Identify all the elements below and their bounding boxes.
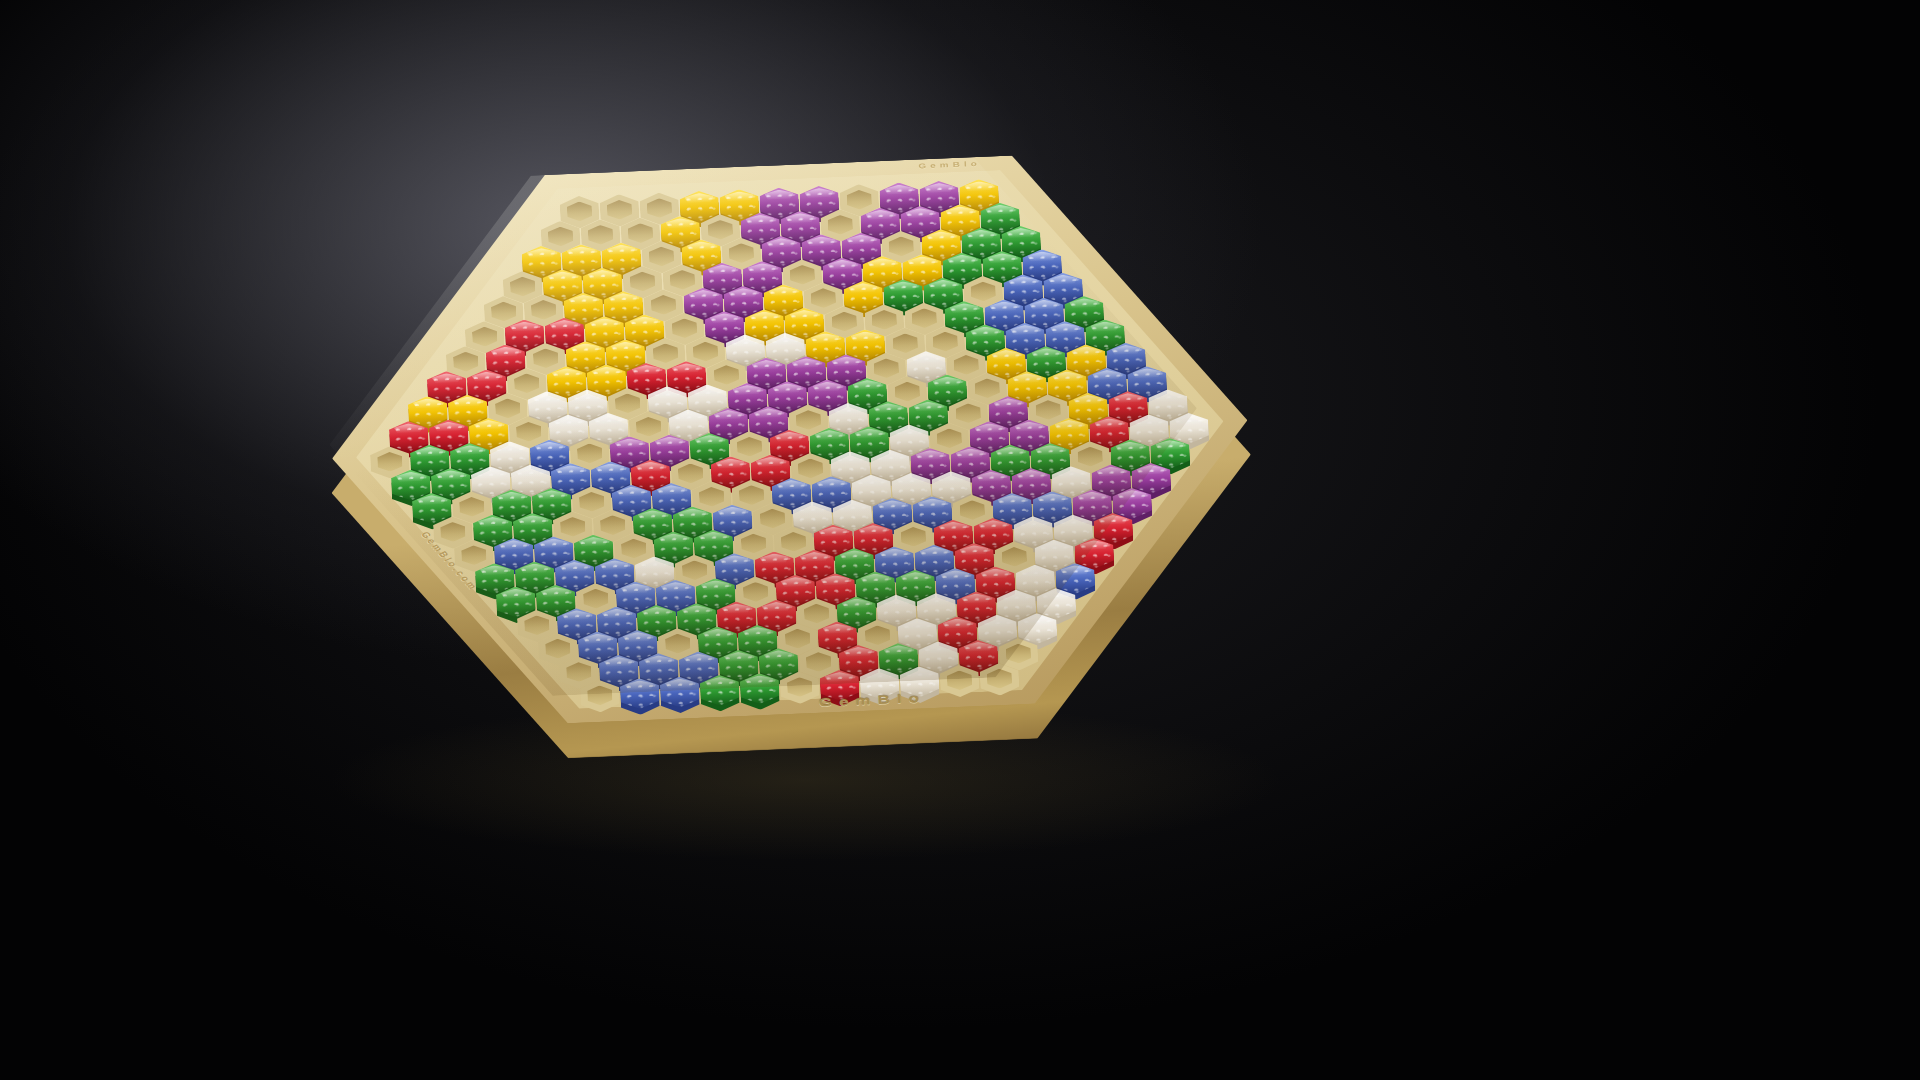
photo-stage: GemBlo GemBlo.com GemBlo <box>0 0 1920 1080</box>
hex-tile-blue[interactable] <box>620 678 660 712</box>
hex-socket[interactable] <box>580 679 620 713</box>
hex-socket[interactable] <box>979 662 1019 696</box>
hex-tile-blue[interactable] <box>660 676 700 710</box>
hex-tile-green[interactable] <box>740 672 780 706</box>
hex-socket[interactable] <box>939 664 979 698</box>
hex-socket[interactable] <box>780 671 820 705</box>
gemblo-board: GemBlo GemBlo.com GemBlo <box>319 146 1262 744</box>
hex-grid <box>360 170 1221 723</box>
hex-tile-green[interactable] <box>700 674 740 708</box>
